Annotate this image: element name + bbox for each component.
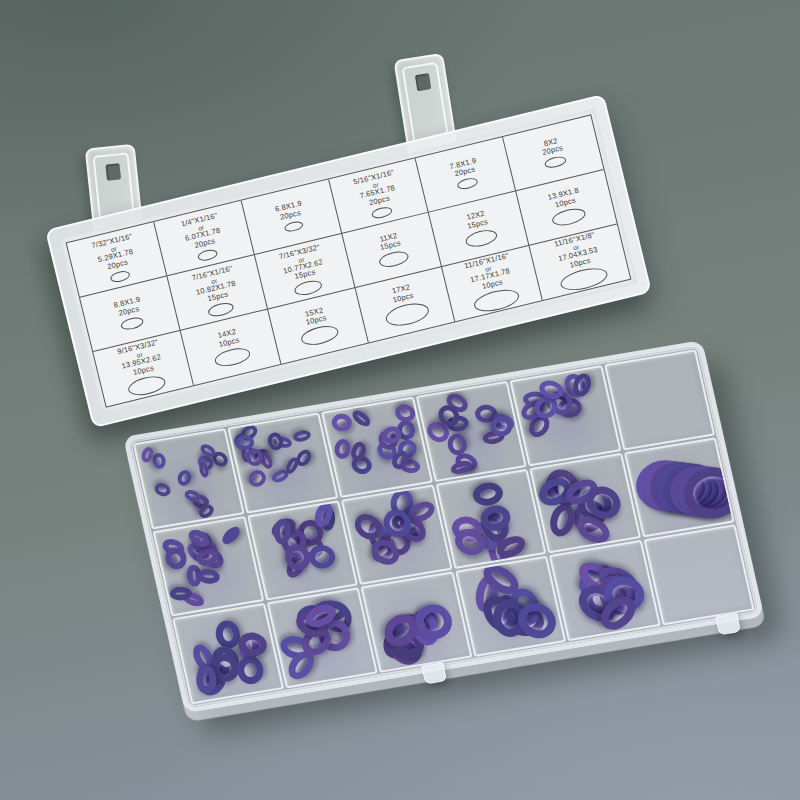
- oring: [350, 408, 373, 430]
- oring-illustration: [472, 286, 521, 315]
- tray-compartment-r2c5: [529, 453, 641, 554]
- tray-grid: [133, 349, 755, 704]
- tray-compartment-r3c1: [172, 603, 284, 704]
- oring: [448, 459, 473, 477]
- tray-compartment-r2c4: [435, 468, 547, 569]
- oring: [169, 586, 192, 600]
- label-cell-line: 20pcs: [542, 144, 564, 157]
- tray-compartment-r1c6: [604, 349, 716, 450]
- tray-compartment-r1c3: [321, 397, 433, 498]
- tray-compartment-r3c5: [549, 540, 661, 641]
- oring: [291, 429, 312, 444]
- oring-illustration: [127, 373, 168, 399]
- latch-hole: [105, 163, 121, 180]
- oring: [236, 655, 265, 686]
- oring-illustration: [197, 248, 219, 262]
- oring-illustration: [120, 315, 145, 331]
- oring: [394, 402, 417, 424]
- tray-compartment-r2c1: [152, 516, 264, 617]
- oring: [546, 500, 578, 540]
- label-grid: 7/32"X1/16"or5.29X1.7820pcs1/4"X1/16"or6…: [66, 114, 632, 407]
- oring-illustration: [293, 279, 323, 298]
- oring-illustration: [371, 205, 394, 220]
- tray-compartment-r1c4: [415, 381, 527, 482]
- tray-compartment-r2c2: [247, 500, 359, 601]
- oring: [245, 467, 269, 490]
- oring-illustration: [378, 249, 410, 270]
- oring-illustration: [383, 299, 430, 329]
- tray-compartment-r3c2: [266, 588, 378, 689]
- tray-compartment-r2c3: [341, 484, 453, 585]
- product-photo-oring-kit: 7/32"X1/16"or5.29X1.7820pcs1/4"X1/16"or6…: [0, 0, 800, 800]
- oring: [219, 523, 243, 547]
- front-wall-catch-tab: [421, 662, 447, 684]
- oring-illustration: [464, 227, 499, 249]
- front-wall-catch-tab: [715, 613, 741, 635]
- tray-compartment-r2c6: [623, 437, 735, 538]
- label-cell-line: 20pcs: [454, 166, 476, 179]
- tray-compartment-r3c6: [643, 524, 755, 625]
- oring-illustration: [283, 220, 304, 233]
- oring-illustration: [299, 323, 340, 349]
- oring-illustration: [110, 269, 132, 283]
- tray-compartment-r3c3: [361, 572, 473, 673]
- tray-compartment-r1c1: [133, 428, 245, 529]
- oring: [470, 479, 505, 508]
- oring: [331, 413, 353, 432]
- oring: [214, 620, 241, 649]
- tray-compartment-r1c2: [227, 412, 339, 513]
- oring-illustration: [207, 301, 235, 319]
- oring-illustration: [558, 264, 609, 294]
- oring: [152, 453, 166, 469]
- latch-hole: [415, 73, 431, 91]
- oring: [266, 432, 283, 451]
- oring: [447, 433, 466, 456]
- oring: [333, 437, 353, 460]
- oring-illustration: [456, 176, 479, 191]
- tray-compartment-r1c5: [509, 365, 621, 466]
- tray-compartment-r3c4: [455, 556, 567, 657]
- oring-illustration: [544, 155, 568, 170]
- oring: [153, 481, 172, 498]
- oring: [175, 468, 193, 488]
